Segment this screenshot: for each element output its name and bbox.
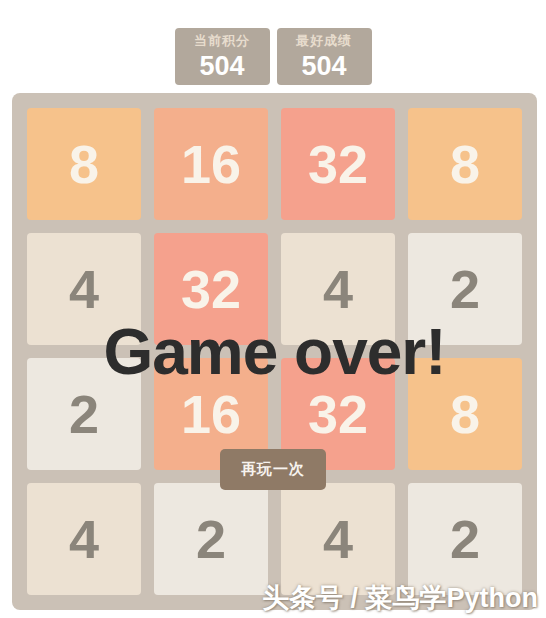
current-score-box: 当前积分 504 bbox=[175, 28, 270, 85]
tile-r4c3: 4 bbox=[281, 483, 395, 595]
tile-r4c4: 2 bbox=[408, 483, 522, 595]
best-score-value: 504 bbox=[301, 51, 346, 82]
tile-r1c2: 16 bbox=[154, 108, 268, 220]
tile-r1c1: 8 bbox=[27, 108, 141, 220]
game-over-message: Game over! bbox=[12, 320, 537, 384]
play-again-button[interactable]: 再玩一次 bbox=[220, 449, 326, 490]
tile-r1c4: 8 bbox=[408, 108, 522, 220]
tile-r4c2: 2 bbox=[154, 483, 268, 595]
best-score-box: 最好成绩 504 bbox=[277, 28, 372, 85]
current-score-value: 504 bbox=[199, 51, 244, 82]
tile-r1c3: 32 bbox=[281, 108, 395, 220]
current-score-label: 当前积分 bbox=[194, 32, 250, 50]
watermark: 头条号 / 菜鸟学Python bbox=[262, 580, 538, 616]
tile-r4c1: 4 bbox=[27, 483, 141, 595]
scoreboard: 当前积分 504 最好成绩 504 bbox=[0, 28, 546, 85]
best-score-label: 最好成绩 bbox=[296, 32, 352, 50]
